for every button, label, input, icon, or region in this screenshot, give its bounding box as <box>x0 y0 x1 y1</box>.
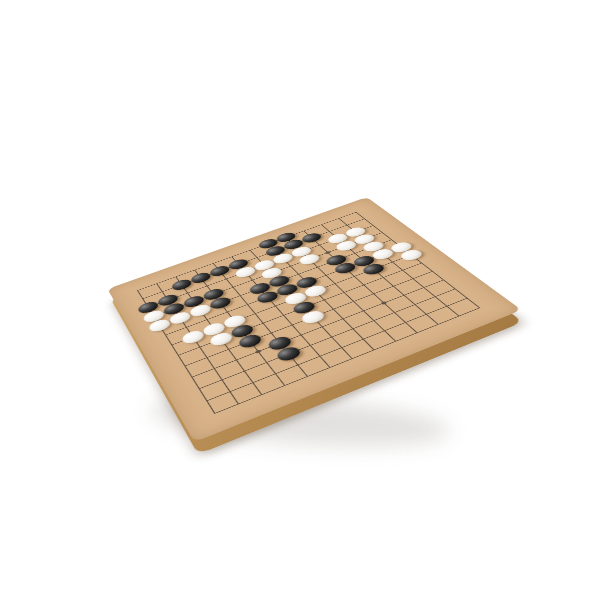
black-stone <box>169 278 193 292</box>
star-point <box>380 301 387 305</box>
go-board-3d <box>107 197 521 442</box>
scene <box>0 0 600 600</box>
white-stone <box>179 329 206 346</box>
black-stone <box>236 332 264 350</box>
board-grid <box>137 212 480 414</box>
white-stone <box>207 330 234 347</box>
white-stone <box>200 321 227 338</box>
star-point <box>324 251 330 254</box>
black-stone <box>273 345 302 363</box>
black-stone <box>290 300 318 316</box>
black-stone <box>228 323 255 340</box>
star-point <box>254 349 261 353</box>
white-stone <box>221 313 248 329</box>
black-stone <box>265 334 294 352</box>
white-stone <box>298 309 326 326</box>
